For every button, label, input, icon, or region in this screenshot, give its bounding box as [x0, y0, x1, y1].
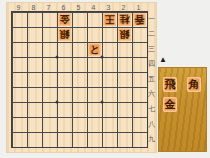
shogi-piece-王-31[interactable]: 王 [103, 13, 116, 26]
star-point [56, 56, 59, 59]
shogi-piece-と-43[interactable]: と [88, 43, 101, 56]
komadai-sente: 飛角金 [158, 67, 207, 152]
shogi-piece-香-11[interactable]: 香 [133, 13, 146, 26]
hand-piece-飛[interactable]: 飛 [163, 77, 177, 92]
shogi-piece-銀-62[interactable]: 銀 [58, 28, 71, 41]
hand-piece-金[interactable]: 金 [163, 97, 177, 112]
board-grid[interactable]: 金王桂香銀銀と [11, 11, 148, 148]
shogi-piece-金-61[interactable]: 金 [58, 13, 71, 26]
sente-to-move-marker: ▲ [159, 55, 169, 65]
shogi-piece-銀-22[interactable]: 銀 [118, 28, 131, 41]
star-point [56, 101, 59, 104]
star-point [101, 101, 104, 104]
shogi-piece-桂-21[interactable]: 桂 [118, 13, 131, 26]
hand-piece-角[interactable]: 角 [187, 77, 201, 92]
tsume-shogi-diagram: 987654321 一二三四五六七八九 金王桂香銀銀と ▲ 飛角金 [0, 0, 210, 158]
shogi-board: 987654321 一二三四五六七八九 金王桂香銀銀と [6, 2, 157, 153]
star-point [101, 56, 104, 59]
